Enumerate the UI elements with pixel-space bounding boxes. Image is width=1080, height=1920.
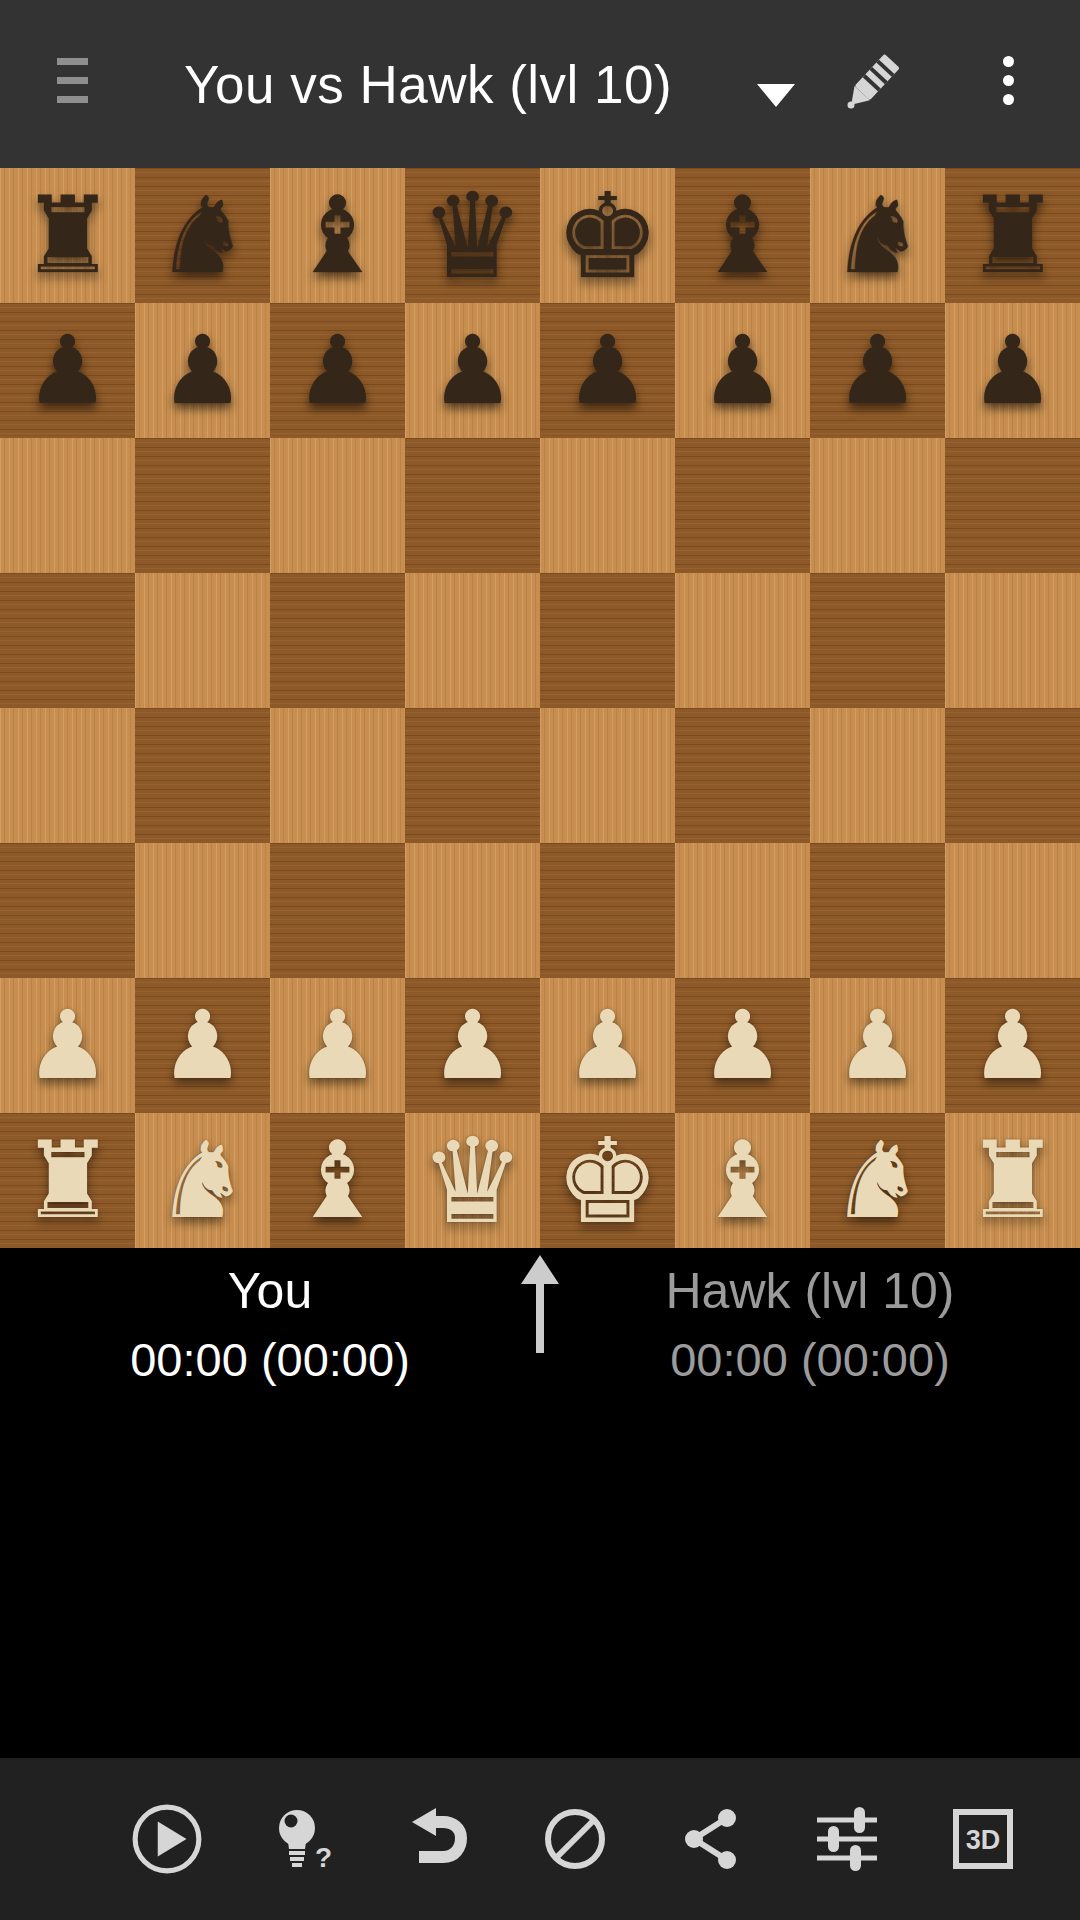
3d-label: 3D [966,1825,1001,1855]
square-a4[interactable] [0,708,135,843]
piece-black-pawn[interactable]: ♟ [25,323,110,418]
square-b6[interactable] [135,438,270,573]
square-e7[interactable]: ♟ [540,303,675,438]
game-title-dropdown[interactable]: You vs Hawk (lvl 10) [184,0,672,168]
square-f1[interactable]: ♝ [675,1113,810,1248]
piece-white-rook[interactable]: ♜ [20,1128,115,1234]
piece-black-bishop[interactable]: ♝ [290,183,385,289]
piece-black-pawn[interactable]: ♟ [295,323,380,418]
square-g7[interactable]: ♟ [810,303,945,438]
undo-arrow-icon [403,1803,475,1875]
square-a7[interactable]: ♟ [0,303,135,438]
question-mark: ? [315,1842,332,1873]
black-player-clock: Hawk (lvl 10) 00:00 (00:00) [540,1248,1080,1387]
square-h2[interactable]: ♟ [945,978,1080,1113]
square-c6[interactable] [270,438,405,573]
square-c5[interactable] [270,573,405,708]
piece-white-pawn[interactable]: ♟ [430,998,515,1093]
piece-black-rook[interactable]: ♜ [20,183,115,289]
piece-white-pawn[interactable]: ♟ [295,998,380,1093]
share-nodes-icon [675,1803,747,1875]
square-c3[interactable] [270,843,405,978]
caret-down-icon[interactable] [757,84,795,107]
piece-white-knight[interactable]: ♞ [830,1128,925,1234]
share-button[interactable] [672,1800,750,1878]
chess-board: ♜♞♝♛♚♝♞♜♟♟♟♟♟♟♟♟♟♟♟♟♟♟♟♟♜♞♝♛♚♝♞♜ [0,168,1080,1248]
piece-black-pawn[interactable]: ♟ [160,323,245,418]
overflow-menu-button[interactable] [986,52,1030,116]
square-b8[interactable]: ♞ [135,168,270,303]
piece-white-pawn[interactable]: ♟ [25,998,110,1093]
square-g4[interactable] [810,708,945,843]
play-button[interactable] [128,1800,206,1878]
square-f8[interactable]: ♝ [675,168,810,303]
page-title: You vs Hawk (lvl 10) [184,54,672,115]
square-e5[interactable] [540,573,675,708]
square-g3[interactable] [810,843,945,978]
square-g2[interactable]: ♟ [810,978,945,1113]
piece-black-pawn[interactable]: ♟ [430,323,515,418]
square-d3[interactable] [405,843,540,978]
square-d2[interactable]: ♟ [405,978,540,1113]
overflow-menu-icon [1003,94,1014,105]
app-bar: You vs Hawk (lvl 10) [0,0,1080,168]
piece-black-bishop[interactable]: ♝ [695,183,790,289]
square-b3[interactable] [135,843,270,978]
play-circle-icon [130,1802,204,1876]
square-g6[interactable] [810,438,945,573]
3d-box-icon: 3D [947,1803,1019,1875]
square-e4[interactable] [540,708,675,843]
square-e8[interactable]: ♚ [540,168,675,303]
hamburger-menu-icon [57,58,88,65]
square-g8[interactable]: ♞ [810,168,945,303]
overflow-menu-icon [1003,75,1014,86]
square-f3[interactable] [675,843,810,978]
piece-white-knight[interactable]: ♞ [155,1128,250,1234]
square-c4[interactable] [270,708,405,843]
square-f2[interactable]: ♟ [675,978,810,1113]
square-h1[interactable]: ♜ [945,1113,1080,1248]
white-player-time: 00:00 (00:00) [0,1332,540,1387]
hint-button[interactable]: ? [264,1800,342,1878]
square-a3[interactable] [0,843,135,978]
square-b4[interactable] [135,708,270,843]
square-h8[interactable]: ♜ [945,168,1080,303]
piece-black-pawn[interactable]: ♟ [700,323,785,418]
square-a1[interactable]: ♜ [0,1113,135,1248]
square-a5[interactable] [0,573,135,708]
piece-white-pawn[interactable]: ♟ [835,998,920,1093]
bottom-toolbar: ? [0,1758,1080,1920]
edit-game-button[interactable] [834,48,906,120]
piece-black-pawn[interactable]: ♟ [835,323,920,418]
square-b2[interactable]: ♟ [135,978,270,1113]
square-a2[interactable]: ♟ [0,978,135,1113]
square-d7[interactable]: ♟ [405,303,540,438]
piece-white-pawn[interactable]: ♟ [565,998,650,1093]
square-d1[interactable]: ♛ [405,1113,540,1248]
black-player-name: Hawk (lvl 10) [540,1262,1080,1320]
undo-button[interactable] [400,1800,478,1878]
piece-white-pawn[interactable]: ♟ [970,998,1055,1093]
piece-white-bishop[interactable]: ♝ [695,1128,790,1234]
piece-white-queen[interactable]: ♛ [420,1122,526,1240]
white-player-clock: You 00:00 (00:00) [0,1248,540,1387]
piece-white-pawn[interactable]: ♟ [700,998,785,1093]
square-c2[interactable]: ♟ [270,978,405,1113]
piece-white-pawn[interactable]: ♟ [160,998,245,1093]
square-g1[interactable]: ♞ [810,1113,945,1248]
square-e3[interactable] [540,843,675,978]
square-c1[interactable]: ♝ [270,1113,405,1248]
white-player-name: You [0,1262,540,1320]
square-g5[interactable] [810,573,945,708]
square-b7[interactable]: ♟ [135,303,270,438]
square-c8[interactable]: ♝ [270,168,405,303]
clock-panel: You 00:00 (00:00) Hawk (lvl 10) 00:00 (0… [0,1248,1080,1468]
square-c7[interactable]: ♟ [270,303,405,438]
square-f4[interactable] [675,708,810,843]
hamburger-menu-icon [57,77,88,84]
tune-sliders-icon [811,1803,883,1875]
square-f6[interactable] [675,438,810,573]
square-d6[interactable] [405,438,540,573]
square-d8[interactable]: ♛ [405,168,540,303]
piece-white-rook[interactable]: ♜ [965,1128,1060,1234]
black-player-time: 00:00 (00:00) [540,1332,1080,1387]
piece-black-pawn[interactable]: ♟ [970,323,1055,418]
view-3d-button[interactable]: 3D [944,1800,1022,1878]
lightbulb-question-icon: ? [267,1803,339,1875]
square-h4[interactable] [945,708,1080,843]
piece-black-rook[interactable]: ♜ [965,183,1060,289]
piece-black-knight[interactable]: ♞ [155,183,250,289]
square-f7[interactable]: ♟ [675,303,810,438]
square-d5[interactable] [405,573,540,708]
overflow-menu-icon [1003,56,1014,67]
piece-white-king[interactable]: ♚ [555,1122,661,1240]
square-h6[interactable] [945,438,1080,573]
piece-white-bishop[interactable]: ♝ [290,1128,385,1234]
pencil-edit-icon [834,48,906,120]
piece-black-queen[interactable]: ♛ [420,177,526,295]
piece-black-king[interactable]: ♚ [555,177,661,295]
block-circle-icon [539,1803,611,1875]
square-d4[interactable] [405,708,540,843]
square-h7[interactable]: ♟ [945,303,1080,438]
square-a8[interactable]: ♜ [0,168,135,303]
square-a6[interactable] [0,438,135,573]
square-b5[interactable] [135,573,270,708]
square-e2[interactable]: ♟ [540,978,675,1113]
square-e1[interactable]: ♚ [540,1113,675,1248]
square-e6[interactable] [540,438,675,573]
settings-sliders-button[interactable] [808,1800,886,1878]
square-f5[interactable] [675,573,810,708]
hamburger-menu-icon [57,96,88,103]
piece-black-knight[interactable]: ♞ [830,183,925,289]
menu-button[interactable] [57,58,91,110]
square-h5[interactable] [945,573,1080,708]
chess-app-screen: You vs Hawk (lvl 10) ♜♞♝♛♚♝♞♜♟♟♟♟♟♟♟♟♟♟♟… [0,0,1080,1920]
square-b1[interactable]: ♞ [135,1113,270,1248]
square-h3[interactable] [945,843,1080,978]
piece-black-pawn[interactable]: ♟ [565,323,650,418]
block-button[interactable] [536,1800,614,1878]
